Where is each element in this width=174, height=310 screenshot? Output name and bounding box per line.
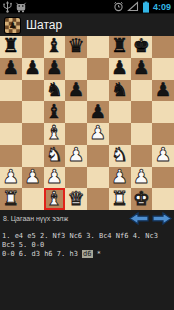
piece-black-pawn: ♟ (24, 58, 41, 77)
square-c3[interactable]: ♞ (44, 145, 66, 167)
piece-black-knight: ♞ (46, 80, 63, 99)
piece-white-rook: ♜ (2, 189, 19, 208)
square-d7[interactable] (65, 58, 87, 80)
current-move[interactable]: d6 (82, 250, 92, 258)
square-b8[interactable] (22, 36, 44, 58)
square-g8[interactable]: ♚ (131, 36, 153, 58)
square-d6[interactable]: ♟ (65, 80, 87, 102)
move-list[interactable]: 1. e4 e5 2. Nf3 Nc6 3. Bc4 Nf6 4. Nc3 Bc… (0, 232, 174, 259)
square-d5[interactable] (65, 101, 87, 123)
next-move-button[interactable] (152, 212, 172, 225)
square-c6[interactable]: ♞ (44, 80, 66, 102)
square-f2[interactable]: ♟ (109, 167, 131, 189)
square-f6[interactable]: ♞ (109, 80, 131, 102)
square-a2[interactable]: ♟ (0, 167, 22, 189)
piece-white-bishop: ♝ (46, 123, 63, 142)
piece-black-pawn: ♟ (155, 80, 172, 99)
square-b3[interactable] (22, 145, 44, 167)
square-g2[interactable]: ♟ (131, 167, 153, 189)
square-h1[interactable] (152, 188, 174, 210)
square-f5[interactable] (109, 101, 131, 123)
square-a3[interactable] (0, 145, 22, 167)
square-b5[interactable] (22, 101, 44, 123)
piece-white-knight: ♞ (46, 145, 63, 164)
square-d3[interactable]: ♟ (65, 145, 87, 167)
piece-black-knight: ♞ (111, 80, 128, 99)
square-b2[interactable]: ♟ (22, 167, 44, 189)
battery-icon (142, 1, 150, 13)
app-icon-glyph: ♟ (8, 21, 16, 30)
square-h6[interactable]: ♟ (152, 80, 174, 102)
adb-debug-icon (15, 1, 27, 13)
square-d4[interactable] (65, 123, 87, 145)
square-f7[interactable]: ♟ (109, 58, 131, 80)
square-d8[interactable]: ♛ (65, 36, 87, 58)
piece-white-bishop: ♝ (46, 189, 63, 208)
piece-black-queen: ♛ (68, 36, 85, 55)
piece-black-pawn: ♟ (111, 58, 128, 77)
app-icon: ♟ (5, 18, 20, 33)
square-e8[interactable] (87, 36, 109, 58)
square-f8[interactable]: ♜ (109, 36, 131, 58)
square-d2[interactable] (65, 167, 87, 189)
square-c5[interactable]: ♝ (44, 101, 66, 123)
piece-white-pawn: ♟ (133, 167, 150, 186)
square-g1[interactable]: ♚ (131, 188, 153, 210)
square-h3[interactable]: ♟ (152, 145, 174, 167)
piece-black-pawn: ♟ (89, 102, 106, 121)
piece-white-pawn: ♟ (24, 167, 41, 186)
piece-black-pawn: ♟ (133, 58, 150, 77)
square-h4[interactable] (152, 123, 174, 145)
square-e5[interactable]: ♟ (87, 101, 109, 123)
square-c4[interactable]: ♝ (44, 123, 66, 145)
square-c1[interactable]: ♝ (44, 188, 66, 210)
square-c7[interactable]: ♟ (44, 58, 66, 80)
square-g5[interactable] (131, 101, 153, 123)
square-b7[interactable]: ♟ (22, 58, 44, 80)
piece-white-pawn: ♟ (46, 167, 63, 186)
move-list-line2: 0-0 6. d3 h6 7. h3 d6 * (2, 250, 172, 259)
piece-white-pawn: ♟ (89, 123, 106, 142)
square-a4[interactable] (0, 123, 22, 145)
move-list-line2-post: * (93, 250, 101, 258)
square-a7[interactable]: ♟ (0, 58, 22, 80)
move-list-line2-pre: 0-0 6. d3 h6 7. h3 (2, 250, 82, 258)
square-h8[interactable] (152, 36, 174, 58)
square-g3[interactable] (131, 145, 153, 167)
piece-black-king: ♚ (133, 36, 150, 55)
clock-time: 4:09 (153, 2, 171, 12)
title-bar: ♟ Шатар (0, 14, 174, 36)
usb-icon (3, 1, 12, 13)
piece-white-queen: ♛ (68, 189, 85, 208)
chess-board[interactable]: ♜♝♛♜♚♟♟♟♟♟♞♟♞♟♝♟♝♟♞♟♞♟♟♟♟♟♟♜♝♛♜♚ (0, 36, 174, 210)
piece-white-pawn: ♟ (2, 167, 19, 186)
square-h5[interactable] (152, 101, 174, 123)
square-b6[interactable] (22, 80, 44, 102)
piece-white-king: ♚ (133, 189, 150, 208)
alarm-icon (113, 1, 124, 12)
square-g6[interactable] (131, 80, 153, 102)
square-e4[interactable]: ♟ (87, 123, 109, 145)
piece-white-pawn: ♟ (68, 145, 85, 164)
piece-white-pawn: ♟ (111, 167, 128, 186)
turn-status: 8. Цагаан нүүх ээлж (3, 215, 68, 222)
piece-white-rook: ♜ (111, 189, 128, 208)
square-a1[interactable]: ♜ (0, 188, 22, 210)
app-title: Шатар (26, 18, 62, 32)
previous-move-button[interactable] (129, 212, 149, 225)
square-c8[interactable]: ♝ (44, 36, 66, 58)
piece-white-knight: ♞ (111, 145, 128, 164)
square-e7[interactable] (87, 58, 109, 80)
square-g7[interactable]: ♟ (131, 58, 153, 80)
piece-black-pawn: ♟ (2, 58, 19, 77)
square-d1[interactable]: ♛ (65, 188, 87, 210)
square-g4[interactable] (131, 123, 153, 145)
piece-black-rook: ♜ (111, 36, 128, 55)
square-f4[interactable] (109, 123, 131, 145)
signal-icon (127, 1, 139, 12)
square-e2[interactable] (87, 167, 109, 189)
square-e6[interactable] (87, 80, 109, 102)
square-e1[interactable] (87, 188, 109, 210)
piece-black-pawn: ♟ (68, 80, 85, 99)
square-f3[interactable]: ♞ (109, 145, 131, 167)
move-navigation (129, 212, 172, 225)
piece-black-bishop: ♝ (46, 36, 63, 55)
square-a5[interactable] (0, 101, 22, 123)
square-a6[interactable] (0, 80, 22, 102)
square-c2[interactable]: ♟ (44, 167, 66, 189)
status-bar: 4:09 (0, 0, 174, 14)
square-b1[interactable] (22, 188, 44, 210)
square-a8[interactable]: ♜ (0, 36, 22, 58)
square-e3[interactable] (87, 145, 109, 167)
move-list-line1: 1. e4 e5 2. Nf3 Nc6 3. Bc4 Nf6 4. Nc3 Bc… (2, 232, 172, 250)
info-row: 8. Цагаан нүүх ээлж (0, 210, 174, 225)
piece-white-pawn: ♟ (155, 145, 172, 164)
square-f1[interactable]: ♜ (109, 188, 131, 210)
square-h7[interactable] (152, 58, 174, 80)
piece-black-rook: ♜ (2, 36, 19, 55)
square-h2[interactable] (152, 167, 174, 189)
piece-black-bishop: ♝ (46, 102, 63, 121)
square-b4[interactable] (22, 123, 44, 145)
piece-black-pawn: ♟ (46, 58, 63, 77)
